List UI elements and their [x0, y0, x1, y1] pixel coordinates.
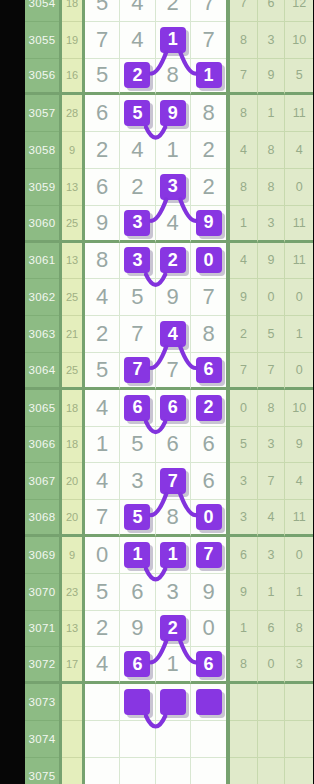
period-cell: 3070	[25, 574, 59, 611]
trend-row-3065: 30651846620810	[25, 390, 314, 427]
stat-cell: 9	[258, 59, 286, 96]
number-cell: 5	[85, 0, 120, 22]
stat-cell: 3	[230, 500, 258, 537]
stat-cell: 8	[230, 647, 258, 684]
number-cell: 9	[191, 574, 226, 611]
miss-count-cell: 20	[62, 463, 82, 500]
stat-cell: 6	[258, 611, 286, 648]
number-cell: 1	[156, 132, 191, 169]
drawn-number-badge	[160, 689, 186, 715]
period-cell: 3065	[25, 390, 59, 427]
drawn-number-cell: 3	[156, 169, 191, 206]
stat-cell: 10	[285, 22, 313, 59]
number-cell: 4	[156, 206, 191, 243]
trend-row-3075: 3075	[25, 758, 314, 784]
number-cell: 7	[156, 353, 191, 390]
number-cell: 4	[85, 390, 120, 427]
number-cell: 6	[191, 427, 226, 464]
number-cell: 7	[191, 0, 226, 22]
stat-cell: 11	[285, 95, 313, 132]
stat-cell: 7	[230, 0, 258, 22]
drawn-number-cell: 7	[120, 353, 155, 390]
drawn-number-badge: 0	[196, 247, 222, 273]
period-cell: 3059	[25, 169, 59, 206]
stat-cell: 5	[230, 427, 258, 464]
number-cell: 8	[85, 243, 120, 280]
miss-count-cell: 9	[62, 132, 82, 169]
period-cell: 3061	[25, 243, 59, 280]
miss-count-cell: 20	[62, 500, 82, 537]
drawn-number-cell: 3	[120, 206, 155, 243]
stat-cell: 4	[230, 243, 258, 280]
number-cell: 5	[120, 279, 155, 316]
number-cell: 2	[85, 132, 120, 169]
trend-row-3074: 3074	[25, 721, 314, 758]
number-cell: 9	[85, 206, 120, 243]
drawn-number-cell	[156, 684, 191, 721]
number-cell: 8	[191, 316, 226, 353]
drawn-number-badge: 4	[160, 321, 186, 347]
stat-cell: 9	[230, 279, 258, 316]
number-cell: 6	[156, 427, 191, 464]
miss-count-cell: 13	[62, 611, 82, 648]
stat-cell: 8	[258, 390, 286, 427]
stat-cell: 8	[230, 169, 258, 206]
drawn-number-cell: 0	[191, 243, 226, 280]
number-cell: 5	[85, 574, 120, 611]
stat-cell	[258, 721, 286, 758]
drawn-number-cell: 1	[120, 537, 155, 574]
number-cell: 4	[120, 132, 155, 169]
drawn-number-badge: 5	[124, 100, 150, 126]
stat-cell	[258, 684, 286, 721]
number-cell: 4	[120, 0, 155, 22]
stat-cell: 4	[230, 132, 258, 169]
stat-cell: 6	[258, 0, 286, 22]
period-cell: 3072	[25, 647, 59, 684]
number-cell: 7	[191, 279, 226, 316]
stat-cell: 11	[285, 243, 313, 280]
stat-cell: 3	[230, 463, 258, 500]
stat-cell: 9	[258, 243, 286, 280]
period-cell: 3075	[25, 758, 59, 784]
number-cell: 5	[120, 427, 155, 464]
number-cell: 2	[156, 0, 191, 22]
period-cell: 3073	[25, 684, 59, 721]
trend-row-3060: 30602593491311	[25, 206, 314, 243]
stat-cell	[258, 758, 286, 784]
drawn-number-badge: 2	[196, 395, 222, 421]
number-cell: 1	[156, 647, 191, 684]
stat-cell: 11	[285, 206, 313, 243]
drawn-number-badge	[124, 689, 150, 715]
drawn-number-badge: 2	[160, 615, 186, 641]
number-cell: 8	[156, 59, 191, 96]
trend-row-3056: 3056165281795	[25, 59, 314, 96]
stat-cell: 7	[230, 59, 258, 96]
drawn-number-badge: 3	[124, 247, 150, 273]
stat-cell: 1	[230, 206, 258, 243]
trend-row-3073: 3073	[25, 684, 314, 721]
number-cell: 4	[85, 463, 120, 500]
period-cell: 3068	[25, 500, 59, 537]
drawn-number-badge: 1	[160, 27, 186, 53]
stat-cell: 2	[230, 316, 258, 353]
number-cell: 0	[191, 611, 226, 648]
drawn-number-badge	[196, 689, 222, 715]
number-cell: 7	[85, 22, 120, 59]
miss-count-cell: 25	[62, 279, 82, 316]
trend-row-3055: 30551974178310	[25, 22, 314, 59]
number-cell: 2	[191, 132, 226, 169]
stat-cell: 3	[258, 537, 286, 574]
miss-count-cell: 19	[62, 22, 82, 59]
stat-cell: 3	[258, 427, 286, 464]
number-cell: 6	[120, 574, 155, 611]
number-cell: 7	[120, 316, 155, 353]
drawn-number-cell: 1	[156, 22, 191, 59]
drawn-number-cell: 9	[156, 95, 191, 132]
stat-cell: 0	[258, 279, 286, 316]
number-cell	[120, 721, 155, 758]
period-cell: 3058	[25, 132, 59, 169]
screen-letterbox	[0, 0, 25, 784]
stat-cell: 7	[230, 353, 258, 390]
number-cell: 6	[191, 463, 226, 500]
stat-cell: 12	[285, 0, 313, 22]
number-cell: 8	[156, 500, 191, 537]
drawn-number-cell: 2	[156, 243, 191, 280]
number-cell	[191, 758, 226, 784]
stat-cell: 8	[285, 611, 313, 648]
stat-cell: 0	[285, 537, 313, 574]
trend-row-3064: 3064255776770	[25, 353, 314, 390]
number-cell: 2	[85, 316, 120, 353]
stat-cell: 6	[230, 537, 258, 574]
miss-count-cell: 13	[62, 243, 82, 280]
stat-cell: 1	[230, 611, 258, 648]
number-cell: 8	[191, 95, 226, 132]
number-cell	[120, 758, 155, 784]
period-cell: 3064	[25, 353, 59, 390]
miss-count-cell: 25	[62, 206, 82, 243]
drawn-number-cell: 4	[156, 316, 191, 353]
number-cell	[156, 758, 191, 784]
drawn-number-cell: 5	[120, 500, 155, 537]
trend-row-3062: 3062254597900	[25, 279, 314, 316]
drawn-number-cell: 7	[191, 537, 226, 574]
period-cell: 3056	[25, 59, 59, 96]
number-cell: 4	[120, 22, 155, 59]
miss-count-cell: 17	[62, 647, 82, 684]
drawn-number-badge: 1	[124, 542, 150, 568]
drawn-number-badge: 9	[160, 100, 186, 126]
stat-cell: 7	[258, 353, 286, 390]
drawn-number-cell: 3	[120, 243, 155, 280]
trend-row-3054: 30541854277612	[25, 0, 314, 22]
period-cell: 3074	[25, 721, 59, 758]
drawn-number-badge: 1	[196, 62, 222, 88]
drawn-number-cell: 9	[191, 206, 226, 243]
period-cell: 3071	[25, 611, 59, 648]
drawn-number-badge: 7	[196, 542, 222, 568]
miss-count-cell: 23	[62, 574, 82, 611]
drawn-number-badge: 3	[160, 174, 186, 200]
drawn-number-cell: 6	[120, 390, 155, 427]
drawn-number-badge: 3	[124, 210, 150, 236]
drawn-number-cell: 7	[156, 463, 191, 500]
number-cell	[85, 758, 120, 784]
drawn-number-badge: 7	[124, 357, 150, 383]
number-cell	[191, 721, 226, 758]
drawn-number-cell: 6	[156, 390, 191, 427]
drawn-number-cell: 2	[191, 390, 226, 427]
drawn-number-badge: 1	[160, 542, 186, 568]
stat-cell: 8	[230, 22, 258, 59]
number-cell: 2	[120, 169, 155, 206]
drawn-number-badge: 6	[196, 651, 222, 677]
miss-count-cell: 16	[62, 59, 82, 96]
miss-count-cell: 18	[62, 0, 82, 22]
period-cell: 3069	[25, 537, 59, 574]
drawn-number-cell: 6	[191, 353, 226, 390]
stat-cell: 5	[258, 316, 286, 353]
number-cell: 2	[85, 611, 120, 648]
miss-count-cell: 21	[62, 316, 82, 353]
miss-count-cell	[62, 758, 82, 784]
drawn-number-cell: 1	[191, 59, 226, 96]
drawn-number-cell: 6	[120, 647, 155, 684]
number-cell: 5	[85, 59, 120, 96]
miss-count-cell: 18	[62, 390, 82, 427]
trend-row-3069: 306990117630	[25, 537, 314, 574]
trend-row-3072: 3072174616803	[25, 647, 314, 684]
trend-row-3061: 30611383204911	[25, 243, 314, 280]
drawn-number-badge: 0	[196, 504, 222, 530]
number-cell: 6	[85, 95, 120, 132]
stat-cell: 8	[230, 95, 258, 132]
miss-count-cell: 25	[62, 353, 82, 390]
drawn-number-badge: 5	[124, 504, 150, 530]
trend-row-3071: 3071132920168	[25, 611, 314, 648]
stat-cell: 3	[258, 22, 286, 59]
stat-cell: 1	[285, 316, 313, 353]
period-cell: 3060	[25, 206, 59, 243]
stat-cell: 10	[285, 390, 313, 427]
period-cell: 3063	[25, 316, 59, 353]
drawn-number-badge: 7	[160, 468, 186, 494]
stat-cell	[285, 758, 313, 784]
stat-cell: 7	[258, 463, 286, 500]
number-cell	[85, 684, 120, 721]
drawn-number-cell: 1	[156, 537, 191, 574]
trend-row-3068: 30682075803411	[25, 500, 314, 537]
trend-row-3070: 3070235639911	[25, 574, 314, 611]
stat-cell: 4	[285, 132, 313, 169]
period-cell: 3062	[25, 279, 59, 316]
miss-count-cell	[62, 684, 82, 721]
period-cell: 3055	[25, 22, 59, 59]
stat-cell: 3	[258, 206, 286, 243]
stat-cell: 0	[285, 169, 313, 206]
number-cell: 2	[191, 169, 226, 206]
trend-chart[interactable]: 3054185427761230551974178310305616528179…	[25, 0, 314, 784]
stat-cell: 8	[258, 132, 286, 169]
drawn-number-badge: 2	[124, 62, 150, 88]
drawn-number-badge: 9	[196, 210, 222, 236]
stat-cell: 9	[285, 427, 313, 464]
stat-cell: 9	[230, 574, 258, 611]
period-cell: 3067	[25, 463, 59, 500]
stat-cell: 1	[258, 95, 286, 132]
number-cell	[85, 721, 120, 758]
drawn-number-cell: 5	[120, 95, 155, 132]
stat-cell: 0	[285, 279, 313, 316]
stat-cell: 0	[230, 390, 258, 427]
drawn-number-cell: 2	[156, 611, 191, 648]
trend-row-3066: 3066181566539	[25, 427, 314, 464]
stat-cell: 4	[285, 463, 313, 500]
drawn-number-badge: 6	[196, 357, 222, 383]
drawn-number-badge: 6	[124, 395, 150, 421]
period-cell: 3057	[25, 95, 59, 132]
miss-count-cell	[62, 721, 82, 758]
trend-row-3057: 30572865988111	[25, 95, 314, 132]
drawn-number-cell: 6	[191, 647, 226, 684]
number-cell: 7	[85, 500, 120, 537]
trend-row-3063: 3063212748251	[25, 316, 314, 353]
miss-count-cell: 28	[62, 95, 82, 132]
stat-cell: 8	[258, 169, 286, 206]
stat-cell: 11	[285, 500, 313, 537]
drawn-number-cell	[191, 684, 226, 721]
stat-cell	[285, 684, 313, 721]
number-cell: 4	[85, 647, 120, 684]
drawn-number-badge: 6	[160, 395, 186, 421]
number-cell: 1	[85, 427, 120, 464]
number-cell: 3	[156, 574, 191, 611]
drawn-number-badge: 2	[160, 247, 186, 273]
number-cell: 6	[85, 169, 120, 206]
trend-row-3067: 3067204376374	[25, 463, 314, 500]
drawn-number-cell	[120, 684, 155, 721]
stat-cell: 0	[258, 647, 286, 684]
number-cell: 9	[120, 611, 155, 648]
stat-cell	[230, 758, 258, 784]
stat-cell: 1	[285, 574, 313, 611]
number-cell	[156, 721, 191, 758]
number-cell: 9	[156, 279, 191, 316]
stat-cell	[230, 684, 258, 721]
period-cell: 3054	[25, 0, 59, 22]
number-cell: 0	[85, 537, 120, 574]
miss-count-cell: 18	[62, 427, 82, 464]
miss-count-cell: 13	[62, 169, 82, 206]
drawn-number-cell: 2	[120, 59, 155, 96]
drawn-number-badge: 6	[124, 651, 150, 677]
stat-cell: 5	[285, 59, 313, 96]
stat-cell	[285, 721, 313, 758]
number-cell: 5	[85, 353, 120, 390]
stat-cell: 3	[285, 647, 313, 684]
miss-count-cell: 9	[62, 537, 82, 574]
number-cell: 3	[120, 463, 155, 500]
stat-cell: 0	[285, 353, 313, 390]
stat-cell: 1	[258, 574, 286, 611]
trend-row-3059: 3059136232880	[25, 169, 314, 206]
drawn-number-cell: 0	[191, 500, 226, 537]
stat-cell: 4	[258, 500, 286, 537]
number-cell: 4	[85, 279, 120, 316]
number-cell: 7	[191, 22, 226, 59]
stat-cell	[230, 721, 258, 758]
period-cell: 3066	[25, 427, 59, 464]
trend-row-3058: 305892412484	[25, 132, 314, 169]
